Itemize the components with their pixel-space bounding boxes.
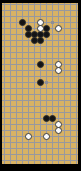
go-board[interactable] <box>2 3 78 164</box>
grid-line-horizontal <box>2 136 78 137</box>
square-point-marker-icon <box>51 21 54 24</box>
black-stone <box>37 61 44 68</box>
grid-line-horizontal <box>2 100 78 101</box>
black-stone <box>49 115 56 122</box>
grid-line-horizontal <box>2 76 78 77</box>
black-stone <box>43 31 50 38</box>
grid-line-horizontal <box>2 94 78 95</box>
grid-line-horizontal <box>2 118 78 119</box>
grid-line-horizontal <box>2 52 78 53</box>
grid-line-horizontal <box>2 160 78 161</box>
white-stone <box>25 133 32 140</box>
grid-line-horizontal <box>2 10 78 11</box>
grid-line-horizontal <box>2 124 78 125</box>
grid-line-horizontal <box>2 4 78 5</box>
grid-line-horizontal <box>2 88 78 89</box>
grid-line-horizontal <box>2 58 78 59</box>
grid-line-horizontal <box>2 154 78 155</box>
white-stone <box>37 25 44 32</box>
grid-line-horizontal <box>2 142 78 143</box>
grid-line-horizontal <box>2 70 78 71</box>
black-stone <box>37 79 44 86</box>
white-stone <box>43 133 50 140</box>
grid-line-horizontal <box>2 16 78 17</box>
black-stone <box>37 37 44 44</box>
white-stone <box>55 67 62 74</box>
go-app-screenshot <box>0 0 81 171</box>
black-stone <box>19 19 26 26</box>
grid-line-horizontal <box>2 148 78 149</box>
square-point-marker-icon <box>45 81 48 84</box>
grid-line-horizontal <box>2 130 78 131</box>
white-stone <box>55 25 62 32</box>
white-stone <box>55 127 62 134</box>
grid-line-horizontal <box>2 46 78 47</box>
grid-line-horizontal <box>2 106 78 107</box>
grid-line-horizontal <box>2 112 78 113</box>
